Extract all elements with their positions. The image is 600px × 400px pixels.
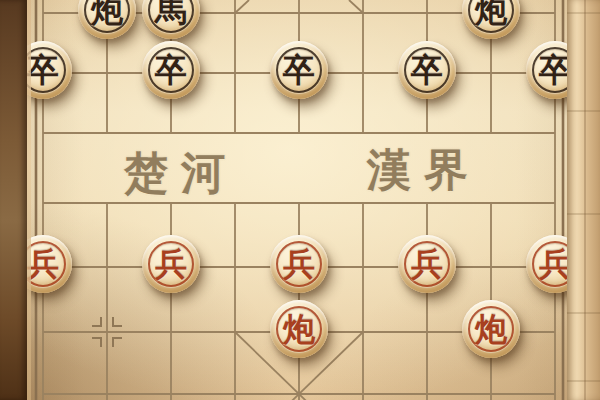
xiangqi-board: 楚河 漢界 炮馬炮卒卒卒卒卒兵兵兵兵兵炮炮 (0, 0, 600, 400)
frame-plank-line (567, 213, 600, 215)
piece-glyph: 馬 (155, 0, 187, 39)
frame-seam (584, 0, 586, 400)
piece-glyph: 兵 (283, 235, 315, 293)
piece-black-soldier-e3[interactable]: 卒 (270, 41, 328, 99)
frame-plank-line (567, 110, 600, 112)
marker-bracket (113, 317, 122, 326)
piece-glyph: 卒 (27, 41, 59, 99)
frame-plank-line (567, 380, 600, 382)
marker-bracket (92, 317, 101, 326)
frame-plank-line (567, 12, 600, 14)
marker-bracket (92, 338, 101, 347)
piece-black-soldier-g3[interactable]: 卒 (398, 41, 456, 99)
frame-plank-line (567, 312, 600, 314)
piece-glyph: 炮 (283, 300, 315, 358)
board-frame-left (0, 0, 27, 400)
board-frame-right (567, 0, 600, 400)
piece-red-soldier-c6[interactable]: 兵 (142, 235, 200, 293)
piece-glyph: 卒 (283, 41, 315, 99)
piece-red-cannon-e7[interactable]: 炮 (270, 300, 328, 358)
piece-glyph: 兵 (27, 235, 59, 293)
piece-red-cannon-h7[interactable]: 炮 (462, 300, 520, 358)
river-label-chu-he: 楚河 (124, 144, 238, 203)
river-label-han-jie: 漢界 (367, 141, 481, 200)
piece-glyph: 炮 (475, 0, 507, 39)
piece-glyph: 兵 (411, 235, 443, 293)
piece-glyph: 卒 (155, 41, 187, 99)
piece-red-soldier-e6[interactable]: 兵 (270, 235, 328, 293)
piece-glyph: 卒 (411, 41, 443, 99)
piece-glyph: 炮 (475, 300, 507, 358)
piece-red-soldier-g6[interactable]: 兵 (398, 235, 456, 293)
marker-bracket (113, 338, 122, 347)
board-frame-left-edge (27, 0, 31, 400)
piece-glyph: 炮 (91, 0, 123, 39)
piece-glyph: 兵 (155, 235, 187, 293)
piece-black-soldier-c3[interactable]: 卒 (142, 41, 200, 99)
